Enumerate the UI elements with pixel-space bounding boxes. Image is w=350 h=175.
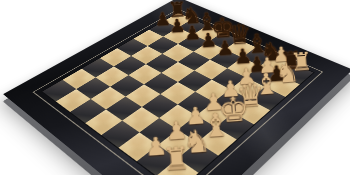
chess-set-product-photo: ♜♜♜♜♞♞♟♟♞♞♟♟♝♝♟♟♝♝♟♟♛♛♟♟♛♛♟♟♚♚♟♟♚♚♟♟♝♝♟♟… [0,0,350,175]
piece-reflection: ♜ [159,172,198,175]
white-rook[interactable]: ♜♜ [156,137,196,175]
chess-board: ♜♜♜♜♞♞♟♟♞♞♟♟♝♝♟♟♝♝♟♟♛♛♟♟♛♛♟♟♚♚♟♟♚♚♟♟♝♝♟♟… [3,0,350,175]
